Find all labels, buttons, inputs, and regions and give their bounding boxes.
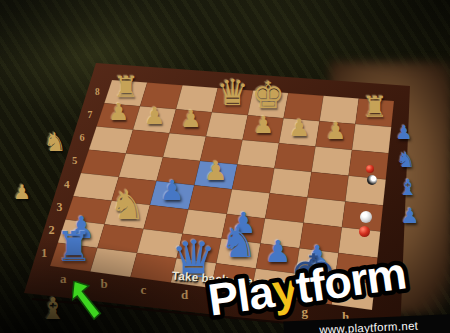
piece-gold-pawn-e7[interactable]: ♟ [253,114,274,138]
captured-blue-knight-right-1: ♞ [397,150,416,171]
piece-gold-pawn-a7[interactable]: ♟ [108,102,129,126]
square-e6[interactable] [237,140,279,168]
square-g5[interactable] [308,172,349,201]
square-h5[interactable] [345,176,386,206]
square-c6[interactable] [163,133,206,161]
watermark-text-2: tform [293,250,409,313]
square-g4[interactable] [304,197,346,227]
square-b5[interactable] [119,154,163,182]
rank-label-2: 2 [49,223,55,237]
captured-blue-bishop-right-2: ♝ [398,177,418,199]
captured-gold-bishop-left-2: ♝ [40,294,67,324]
square-b1[interactable] [90,248,137,277]
square-f4[interactable] [265,193,307,223]
svg-text:Playtform: Playtform [205,250,409,326]
piece-gold-pawn-g7[interactable]: ♟ [325,121,346,145]
red-ball [359,226,370,237]
square-d4[interactable] [188,185,232,214]
rank-label-8: 8 [95,87,100,97]
square-a5[interactable] [81,150,126,177]
file-label-d: d [181,287,189,302]
piece-gold-knight-b3[interactable]: ♞ [109,185,145,226]
square-g6[interactable] [312,147,353,176]
captured-blue-pawn-right-3: ♟ [401,206,420,227]
captured-blue-pawn-right-0: ♟ [395,123,412,142]
square-h7[interactable] [352,124,391,153]
piece-gold-pawn-b7[interactable]: ♟ [144,105,165,129]
captured-gold-pawn-left-1: ♟ [13,182,31,202]
watermark-text-1: Pla [205,266,278,326]
black-white-ball [367,175,377,185]
white-ball [360,211,372,223]
square-e5[interactable] [232,165,274,194]
square-f6[interactable] [274,143,315,172]
piece-blue-rook-a1[interactable]: ♜ [55,227,92,268]
piece-gold-pawn-c7[interactable]: ♟ [180,108,201,132]
watermark-url: www.playtform.net [319,319,418,333]
cursor-arrow [72,281,110,321]
piece-gold-queen-d8[interactable]: ♛ [216,76,248,112]
captured-gold-knight-left-0: ♞ [43,129,66,155]
rank-label-5: 5 [72,154,77,166]
rank-label-4: 4 [64,178,70,190]
piece-gold-king-e8[interactable]: ♚ [252,78,285,115]
square-a6[interactable] [89,127,133,154]
game-screen: 12345678abcdefgh ♜♛♚♜♟♟♟♟♟♟♟♟♞♟♟♞♟♟♜♛♚♞♟… [0,0,450,333]
rank-label-6: 6 [80,132,85,143]
rank-label-3: 3 [56,200,62,214]
file-label-a: a [60,271,67,286]
square-b6[interactable] [126,130,170,157]
rank-label-1: 1 [41,246,47,260]
red-dot [366,165,374,173]
square-f5[interactable] [270,168,312,197]
piece-gold-pawn-d5[interactable]: ♟ [204,158,228,184]
file-label-c: c [141,282,147,297]
piece-gold-rook-h8[interactable]: ♜ [362,93,388,122]
piece-blue-pawn-c4[interactable]: ♟ [160,177,185,205]
piece-gold-pawn-f7[interactable]: ♟ [289,118,310,142]
rank-label-7: 7 [87,109,92,120]
square-d7[interactable] [206,112,248,140]
